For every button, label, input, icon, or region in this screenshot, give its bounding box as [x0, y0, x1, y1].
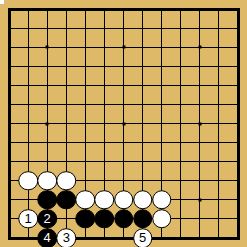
star-point [198, 122, 201, 125]
white-stone [76, 190, 96, 210]
star-point [122, 46, 125, 49]
white-stone-move-3: 3 [57, 228, 77, 247]
white-stone [152, 209, 172, 229]
star-point [46, 46, 49, 49]
star-point [198, 198, 201, 201]
star-point [122, 122, 125, 125]
grid-line [9, 161, 238, 162]
star-point [46, 122, 49, 125]
white-stone-move-5: 5 [133, 228, 153, 247]
black-stone [114, 209, 134, 229]
black-stone [76, 209, 96, 229]
white-stone [133, 190, 153, 210]
black-stone [95, 209, 115, 229]
white-stone [18, 171, 38, 191]
grid-line [218, 9, 219, 238]
corner-notch [0, 0, 4, 4]
star-point [198, 46, 201, 49]
white-stone-move-1: 1 [18, 209, 38, 229]
black-stone-move-2: 2 [37, 209, 57, 229]
grid-line [9, 142, 238, 143]
black-stone [133, 209, 153, 229]
white-stone [95, 190, 115, 210]
white-stone [152, 190, 172, 210]
black-stone [37, 190, 57, 210]
white-stone [37, 171, 57, 191]
black-stone-move-4: 4 [37, 228, 57, 247]
grid-line [180, 9, 181, 238]
go-board: 12435 [0, 0, 247, 247]
white-stone [57, 171, 77, 191]
white-stone [114, 190, 134, 210]
black-stone [57, 190, 77, 210]
